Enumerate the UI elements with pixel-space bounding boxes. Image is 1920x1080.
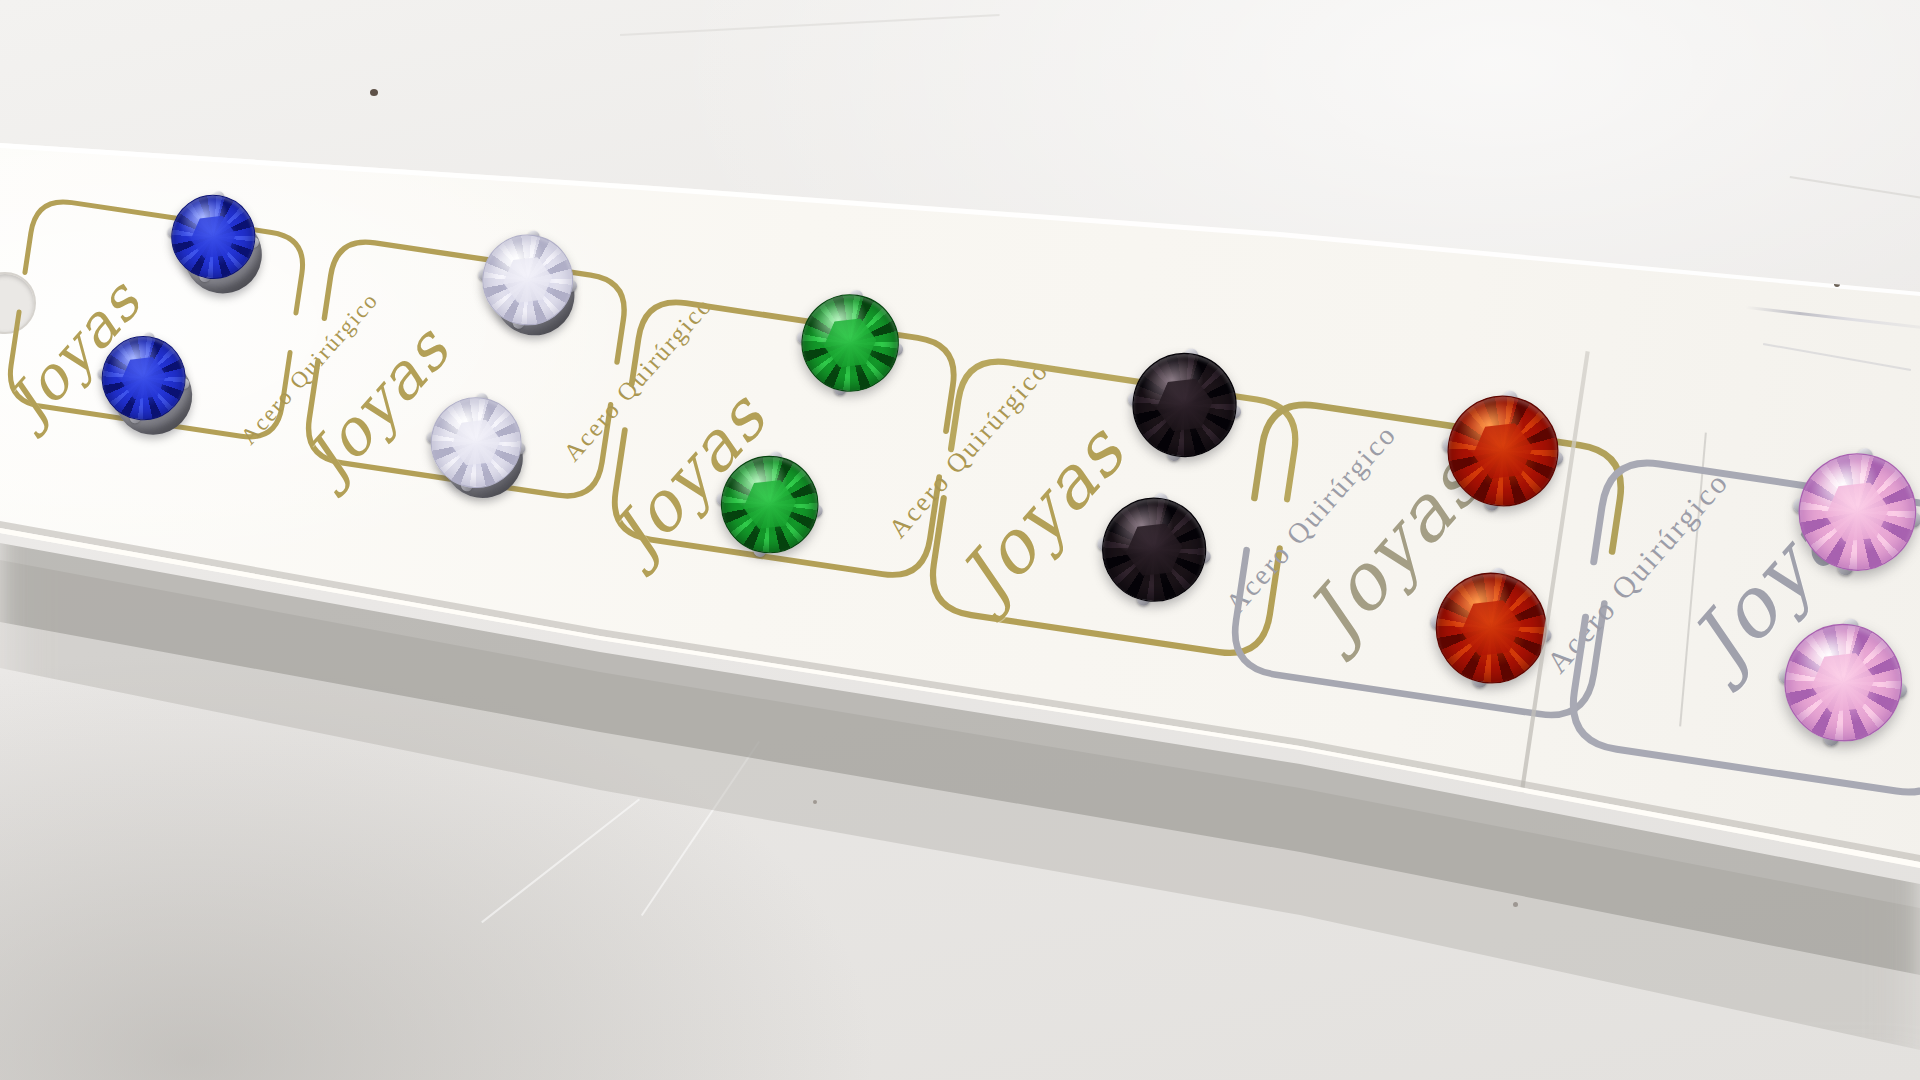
- bracket-top: [25, 197, 307, 313]
- gemstone: [1776, 616, 1910, 750]
- dust-speck: [370, 89, 378, 96]
- stud-earring-top: [1125, 346, 1243, 464]
- stud-earring-top: [795, 288, 906, 399]
- gemstone: [1440, 388, 1566, 514]
- stud-earring-bottom: [714, 449, 825, 560]
- background-crease: [481, 798, 640, 923]
- gemstone: [795, 288, 906, 399]
- background-crease: [620, 14, 1000, 36]
- gemstone: [1791, 445, 1920, 579]
- stud-earring-top: [1440, 388, 1566, 514]
- stud-earring-top: [476, 228, 579, 331]
- gemstone: [714, 449, 825, 560]
- stud-earring-bottom: [425, 391, 528, 494]
- stud-earring-top: [1791, 445, 1920, 579]
- stud-earring-bottom: [96, 330, 191, 425]
- stud-earring-bottom: [1776, 616, 1910, 750]
- stud-earring-top: [166, 189, 261, 284]
- gemstone: [1095, 490, 1213, 608]
- gemstone: [1428, 565, 1554, 691]
- bracket-top: [632, 297, 959, 431]
- gemstone: [1125, 346, 1243, 464]
- stud-earring-bottom: [1428, 565, 1554, 691]
- bracket-top: [324, 237, 629, 362]
- background-crease: [1790, 176, 1920, 201]
- stud-earring-bottom: [1095, 490, 1213, 608]
